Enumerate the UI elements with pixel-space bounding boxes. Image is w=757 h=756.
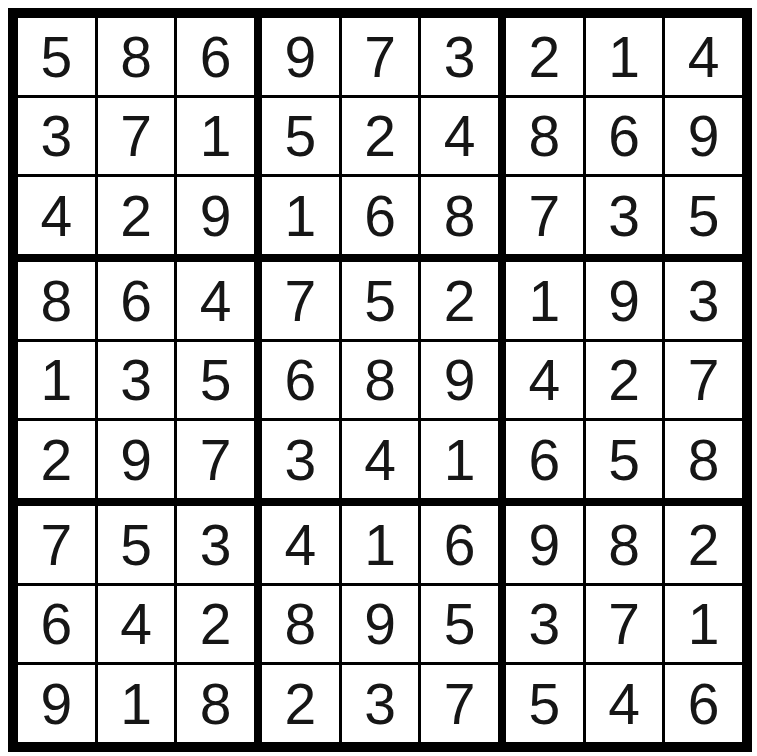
cell-digit: 7 xyxy=(364,29,396,86)
cell-digit: 5 xyxy=(284,108,316,165)
cell-digit: 1 xyxy=(688,596,720,653)
cell-r1c4[interactable]: 9 xyxy=(262,18,339,95)
cell-r2c6[interactable]: 4 xyxy=(421,98,498,175)
cell-digit: 7 xyxy=(284,273,316,330)
cell-digit: 4 xyxy=(688,29,720,86)
cell-r4c7[interactable]: 1 xyxy=(506,262,583,339)
cell-r2c4[interactable]: 5 xyxy=(262,98,339,175)
sudoku-box-2-3: 193427658 xyxy=(506,262,742,498)
cell-r5c1[interactable]: 1 xyxy=(18,342,95,419)
cell-r8c3[interactable]: 2 xyxy=(177,586,254,663)
cell-r4c1[interactable]: 8 xyxy=(18,262,95,339)
cell-digit: 6 xyxy=(364,188,396,245)
cell-r4c6[interactable]: 2 xyxy=(421,262,498,339)
cell-digit: 6 xyxy=(284,352,316,409)
cell-digit: 5 xyxy=(364,273,396,330)
cell-digit: 5 xyxy=(608,432,640,489)
cell-digit: 6 xyxy=(120,273,152,330)
cell-r4c3[interactable]: 4 xyxy=(177,262,254,339)
cell-digit: 5 xyxy=(40,29,72,86)
cell-r6c6[interactable]: 1 xyxy=(421,421,498,498)
cell-digit: 3 xyxy=(444,29,476,86)
cell-r1c8[interactable]: 1 xyxy=(586,18,663,95)
cell-r9c4[interactable]: 2 xyxy=(262,665,339,742)
cell-digit: 1 xyxy=(444,432,476,489)
cell-r5c7[interactable]: 4 xyxy=(506,342,583,419)
cell-digit: 9 xyxy=(688,108,720,165)
cell-digit: 2 xyxy=(120,188,152,245)
cell-r8c6[interactable]: 5 xyxy=(421,586,498,663)
cell-digit: 6 xyxy=(200,29,232,86)
cell-r5c8[interactable]: 2 xyxy=(586,342,663,419)
cell-digit: 8 xyxy=(284,596,316,653)
sudoku-box-3-3: 982371546 xyxy=(506,506,742,742)
cell-digit: 8 xyxy=(688,432,720,489)
cell-r2c8[interactable]: 6 xyxy=(586,98,663,175)
cell-digit: 7 xyxy=(200,432,232,489)
cell-r8c8[interactable]: 7 xyxy=(586,586,663,663)
cell-r6c4[interactable]: 3 xyxy=(262,421,339,498)
cell-digit: 7 xyxy=(40,517,72,574)
cell-digit: 9 xyxy=(120,432,152,489)
cell-r3c8[interactable]: 3 xyxy=(586,177,663,254)
cell-digit: 1 xyxy=(608,29,640,86)
cell-r7c8[interactable]: 8 xyxy=(586,506,663,583)
cell-r9c2[interactable]: 1 xyxy=(98,665,175,742)
cell-r9c1[interactable]: 9 xyxy=(18,665,95,742)
cell-r3c4[interactable]: 1 xyxy=(262,177,339,254)
cell-digit: 8 xyxy=(528,108,560,165)
sudoku-page: 5863714299735241682148697358641352977526… xyxy=(0,0,757,756)
cell-digit: 2 xyxy=(364,108,396,165)
sudoku-box-3-2: 416895237 xyxy=(262,506,498,742)
cell-r6c5[interactable]: 4 xyxy=(342,421,419,498)
cell-digit: 6 xyxy=(528,432,560,489)
cell-r2c9[interactable]: 9 xyxy=(665,98,742,175)
cell-digit: 3 xyxy=(364,676,396,733)
cell-digit: 4 xyxy=(40,188,72,245)
cell-r1c3[interactable]: 6 xyxy=(177,18,254,95)
cell-r8c1[interactable]: 6 xyxy=(18,586,95,663)
cell-digit: 6 xyxy=(608,108,640,165)
cell-digit: 1 xyxy=(200,108,232,165)
cell-digit: 8 xyxy=(120,29,152,86)
sudoku-box-3-1: 753642918 xyxy=(18,506,254,742)
cell-r3c9[interactable]: 5 xyxy=(665,177,742,254)
cell-digit: 3 xyxy=(528,596,560,653)
cell-r1c9[interactable]: 4 xyxy=(665,18,742,95)
cell-r5c2[interactable]: 3 xyxy=(98,342,175,419)
cell-digit: 5 xyxy=(528,676,560,733)
cell-r8c5[interactable]: 9 xyxy=(342,586,419,663)
cell-r8c4[interactable]: 8 xyxy=(262,586,339,663)
cell-r9c5[interactable]: 3 xyxy=(342,665,419,742)
cell-digit: 4 xyxy=(528,352,560,409)
cell-digit: 9 xyxy=(444,352,476,409)
cell-digit: 2 xyxy=(284,676,316,733)
cell-digit: 5 xyxy=(200,352,232,409)
cell-digit: 3 xyxy=(40,108,72,165)
cell-digit: 8 xyxy=(40,273,72,330)
cell-digit: 2 xyxy=(528,29,560,86)
cell-r7c7[interactable]: 9 xyxy=(506,506,583,583)
cell-r6c3[interactable]: 7 xyxy=(177,421,254,498)
cell-r7c2[interactable]: 5 xyxy=(98,506,175,583)
cell-r7c3[interactable]: 3 xyxy=(177,506,254,583)
cell-r9c7[interactable]: 5 xyxy=(506,665,583,742)
cell-digit: 6 xyxy=(444,517,476,574)
cell-r8c2[interactable]: 4 xyxy=(98,586,175,663)
cell-digit: 9 xyxy=(284,29,316,86)
sudoku-box-2-1: 864135297 xyxy=(18,262,254,498)
cell-digit: 4 xyxy=(200,273,232,330)
cell-r4c4[interactable]: 7 xyxy=(262,262,339,339)
cell-r6c9[interactable]: 8 xyxy=(665,421,742,498)
cell-digit: 4 xyxy=(364,432,396,489)
cell-r6c8[interactable]: 5 xyxy=(586,421,663,498)
sudoku-box-1-3: 214869735 xyxy=(506,18,742,254)
cell-r5c6[interactable]: 9 xyxy=(421,342,498,419)
cell-digit: 4 xyxy=(120,596,152,653)
cell-r9c3[interactable]: 8 xyxy=(177,665,254,742)
sudoku-box-1-2: 973524168 xyxy=(262,18,498,254)
cell-digit: 1 xyxy=(364,517,396,574)
cell-digit: 5 xyxy=(444,596,476,653)
cell-r1c7[interactable]: 2 xyxy=(506,18,583,95)
sudoku-board: 5863714299735241682148697358641352977526… xyxy=(8,8,752,752)
cell-r6c7[interactable]: 6 xyxy=(506,421,583,498)
cell-digit: 7 xyxy=(444,676,476,733)
cell-r3c7[interactable]: 7 xyxy=(506,177,583,254)
cell-digit: 2 xyxy=(608,352,640,409)
cell-digit: 9 xyxy=(528,517,560,574)
cell-r2c5[interactable]: 2 xyxy=(342,98,419,175)
cell-digit: 5 xyxy=(120,517,152,574)
cell-r5c4[interactable]: 6 xyxy=(262,342,339,419)
cell-digit: 2 xyxy=(688,517,720,574)
cell-r1c6[interactable]: 3 xyxy=(421,18,498,95)
cell-digit: 6 xyxy=(688,676,720,733)
cell-digit: 3 xyxy=(284,432,316,489)
cell-digit: 9 xyxy=(200,188,232,245)
cell-r3c2[interactable]: 2 xyxy=(98,177,175,254)
cell-digit: 1 xyxy=(528,273,560,330)
cell-r2c2[interactable]: 7 xyxy=(98,98,175,175)
cell-r8c9[interactable]: 1 xyxy=(665,586,742,663)
cell-r1c2[interactable]: 8 xyxy=(98,18,175,95)
cell-r8c7[interactable]: 3 xyxy=(506,586,583,663)
cell-r7c6[interactable]: 6 xyxy=(421,506,498,583)
cell-digit: 2 xyxy=(200,596,232,653)
cell-r7c4[interactable]: 4 xyxy=(262,506,339,583)
cell-digit: 1 xyxy=(120,676,152,733)
cell-r7c1[interactable]: 7 xyxy=(18,506,95,583)
cell-digit: 8 xyxy=(444,188,476,245)
cell-digit: 3 xyxy=(200,517,232,574)
cell-r9c9[interactable]: 6 xyxy=(665,665,742,742)
sudoku-box-2-2: 752689341 xyxy=(262,262,498,498)
cell-digit: 7 xyxy=(608,596,640,653)
cell-digit: 5 xyxy=(688,188,720,245)
cell-digit: 9 xyxy=(40,676,72,733)
cell-r2c3[interactable]: 1 xyxy=(177,98,254,175)
cell-digit: 3 xyxy=(120,352,152,409)
cell-r2c7[interactable]: 8 xyxy=(506,98,583,175)
cell-r6c2[interactable]: 9 xyxy=(98,421,175,498)
cell-digit: 7 xyxy=(688,352,720,409)
cell-digit: 9 xyxy=(364,596,396,653)
cell-digit: 8 xyxy=(608,517,640,574)
cell-r9c6[interactable]: 7 xyxy=(421,665,498,742)
cell-r1c1[interactable]: 5 xyxy=(18,18,95,95)
cell-r4c8[interactable]: 9 xyxy=(586,262,663,339)
cell-r3c6[interactable]: 8 xyxy=(421,177,498,254)
cell-r5c5[interactable]: 8 xyxy=(342,342,419,419)
cell-r3c5[interactable]: 6 xyxy=(342,177,419,254)
cell-digit: 2 xyxy=(444,273,476,330)
cell-digit: 3 xyxy=(688,273,720,330)
cell-r4c5[interactable]: 5 xyxy=(342,262,419,339)
cell-r5c3[interactable]: 5 xyxy=(177,342,254,419)
cell-r7c9[interactable]: 2 xyxy=(665,506,742,583)
cell-digit: 4 xyxy=(284,517,316,574)
cell-digit: 1 xyxy=(284,188,316,245)
cell-r2c1[interactable]: 3 xyxy=(18,98,95,175)
cell-r5c9[interactable]: 7 xyxy=(665,342,742,419)
cell-r3c1[interactable]: 4 xyxy=(18,177,95,254)
cell-digit: 7 xyxy=(120,108,152,165)
cell-digit: 1 xyxy=(40,352,72,409)
cell-r4c2[interactable]: 6 xyxy=(98,262,175,339)
cell-digit: 8 xyxy=(200,676,232,733)
cell-digit: 6 xyxy=(40,596,72,653)
cell-digit: 9 xyxy=(608,273,640,330)
cell-r7c5[interactable]: 1 xyxy=(342,506,419,583)
cell-r9c8[interactable]: 4 xyxy=(586,665,663,742)
cell-r6c1[interactable]: 2 xyxy=(18,421,95,498)
cell-r4c9[interactable]: 3 xyxy=(665,262,742,339)
sudoku-box-1-1: 586371429 xyxy=(18,18,254,254)
cell-r1c5[interactable]: 7 xyxy=(342,18,419,95)
cell-digit: 7 xyxy=(528,188,560,245)
cell-digit: 4 xyxy=(444,108,476,165)
cell-digit: 8 xyxy=(364,352,396,409)
cell-digit: 4 xyxy=(608,676,640,733)
cell-r3c3[interactable]: 9 xyxy=(177,177,254,254)
cell-digit: 3 xyxy=(608,188,640,245)
cell-digit: 2 xyxy=(40,432,72,489)
